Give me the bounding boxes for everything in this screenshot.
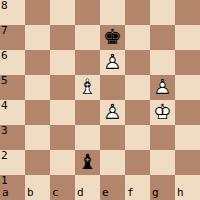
square-c1[interactable] — [50, 175, 75, 200]
square-c2[interactable] — [50, 150, 75, 175]
square-h2[interactable] — [175, 150, 200, 175]
square-h7[interactable] — [175, 25, 200, 50]
square-h5[interactable] — [175, 75, 200, 100]
piece-outline: ♙ — [100, 100, 125, 125]
square-b7[interactable] — [25, 25, 50, 50]
square-b4[interactable] — [25, 100, 50, 125]
square-e8[interactable] — [100, 0, 125, 25]
square-h1[interactable] — [175, 175, 200, 200]
square-a2[interactable] — [0, 150, 25, 175]
piece-outline: ♙ — [150, 75, 175, 100]
square-a7[interactable] — [0, 25, 25, 50]
chess-board: ♚♟♙♝♗♟♙♟♙♚♔♝ — [0, 0, 200, 200]
square-g8[interactable] — [150, 0, 175, 25]
square-f5[interactable] — [125, 75, 150, 100]
square-c7[interactable] — [50, 25, 75, 50]
piece-outline: ♗ — [75, 75, 100, 100]
square-f6[interactable] — [125, 50, 150, 75]
square-d1[interactable] — [75, 175, 100, 200]
chess-board-area: ♚♟♙♝♗♟♙♟♙♚♔♝ 87654321abcdefgh — [0, 0, 200, 200]
square-b8[interactable] — [25, 0, 50, 25]
square-d2[interactable]: ♝ — [75, 150, 100, 175]
square-d5[interactable]: ♝♗ — [75, 75, 100, 100]
square-f8[interactable] — [125, 0, 150, 25]
white-pawn[interactable]: ♟♙ — [100, 50, 125, 75]
square-e3[interactable] — [100, 125, 125, 150]
square-e1[interactable] — [100, 175, 125, 200]
piece-fill: ♚ — [100, 25, 125, 50]
square-c5[interactable] — [50, 75, 75, 100]
square-c8[interactable] — [50, 0, 75, 25]
square-b6[interactable] — [25, 50, 50, 75]
square-g1[interactable] — [150, 175, 175, 200]
square-b3[interactable] — [25, 125, 50, 150]
white-pawn[interactable]: ♟♙ — [100, 100, 125, 125]
square-a5[interactable] — [0, 75, 25, 100]
square-d3[interactable] — [75, 125, 100, 150]
black-bishop[interactable]: ♝ — [75, 150, 100, 175]
square-d7[interactable] — [75, 25, 100, 50]
square-a1[interactable] — [0, 175, 25, 200]
piece-fill: ♝ — [75, 150, 100, 175]
square-f7[interactable] — [125, 25, 150, 50]
square-f2[interactable] — [125, 150, 150, 175]
square-g2[interactable] — [150, 150, 175, 175]
piece-outline: ♔ — [150, 100, 175, 125]
square-g4[interactable]: ♚♔ — [150, 100, 175, 125]
square-d8[interactable] — [75, 0, 100, 25]
square-h4[interactable] — [175, 100, 200, 125]
square-e5[interactable] — [100, 75, 125, 100]
square-b1[interactable] — [25, 175, 50, 200]
square-a6[interactable] — [0, 50, 25, 75]
square-g3[interactable] — [150, 125, 175, 150]
square-h3[interactable] — [175, 125, 200, 150]
square-f3[interactable] — [125, 125, 150, 150]
square-f4[interactable] — [125, 100, 150, 125]
square-b2[interactable] — [25, 150, 50, 175]
square-a4[interactable] — [0, 100, 25, 125]
square-e6[interactable]: ♟♙ — [100, 50, 125, 75]
square-d6[interactable] — [75, 50, 100, 75]
square-e4[interactable]: ♟♙ — [100, 100, 125, 125]
square-a3[interactable] — [0, 125, 25, 150]
square-g6[interactable] — [150, 50, 175, 75]
square-f1[interactable] — [125, 175, 150, 200]
square-b5[interactable] — [25, 75, 50, 100]
white-bishop[interactable]: ♝♗ — [75, 75, 100, 100]
square-h6[interactable] — [175, 50, 200, 75]
square-h8[interactable] — [175, 0, 200, 25]
white-pawn[interactable]: ♟♙ — [150, 75, 175, 100]
white-king[interactable]: ♚♔ — [150, 100, 175, 125]
square-e2[interactable] — [100, 150, 125, 175]
square-e7[interactable]: ♚ — [100, 25, 125, 50]
square-c3[interactable] — [50, 125, 75, 150]
square-g7[interactable] — [150, 25, 175, 50]
piece-outline: ♙ — [100, 50, 125, 75]
black-king[interactable]: ♚ — [100, 25, 125, 50]
square-c6[interactable] — [50, 50, 75, 75]
square-d4[interactable] — [75, 100, 100, 125]
square-a8[interactable] — [0, 0, 25, 25]
square-g5[interactable]: ♟♙ — [150, 75, 175, 100]
square-c4[interactable] — [50, 100, 75, 125]
